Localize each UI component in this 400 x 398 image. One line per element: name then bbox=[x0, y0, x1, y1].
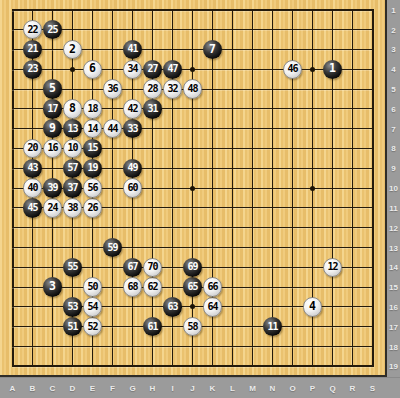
grid-line bbox=[372, 9, 374, 368]
stone-black[interactable]: 53 bbox=[63, 297, 82, 316]
move-number: 61 bbox=[147, 321, 157, 331]
stone-black[interactable]: 65 bbox=[183, 277, 202, 296]
move-number: 50 bbox=[87, 282, 97, 292]
move-number: 3 bbox=[49, 281, 56, 293]
stone-black[interactable]: 27 bbox=[143, 60, 162, 79]
row-coordinate-strip: 12345678910111213141516171819 bbox=[387, 0, 400, 398]
move-number: 40 bbox=[27, 183, 37, 193]
row-label: 8 bbox=[387, 144, 400, 153]
column-label: G bbox=[126, 384, 140, 393]
move-number: 10 bbox=[67, 143, 77, 153]
row-label: 10 bbox=[387, 184, 400, 193]
move-number: 12 bbox=[327, 262, 337, 272]
stone-black[interactable]: 41 bbox=[123, 40, 142, 59]
stone-white[interactable]: 22 bbox=[23, 20, 42, 39]
move-number: 8 bbox=[69, 103, 76, 115]
column-label: B bbox=[26, 384, 40, 393]
stone-white[interactable]: 68 bbox=[123, 277, 142, 296]
stone-black[interactable]: 51 bbox=[63, 317, 82, 336]
star-point bbox=[190, 186, 195, 191]
move-number: 57 bbox=[67, 163, 77, 173]
move-number: 18 bbox=[87, 103, 97, 113]
stone-white[interactable]: 4 bbox=[303, 297, 322, 316]
row-label: 15 bbox=[387, 283, 400, 292]
move-number: 28 bbox=[147, 84, 157, 94]
move-number: 56 bbox=[87, 183, 97, 193]
stone-black[interactable]: 67 bbox=[123, 258, 142, 277]
move-number: 11 bbox=[267, 321, 277, 331]
column-label: F bbox=[106, 384, 120, 393]
stone-white[interactable]: 64 bbox=[203, 297, 222, 316]
move-number: 52 bbox=[87, 321, 97, 331]
stone-white[interactable]: 50 bbox=[83, 277, 102, 296]
stone-white[interactable]: 26 bbox=[83, 198, 102, 217]
stone-white[interactable]: 14 bbox=[83, 119, 102, 138]
stone-black[interactable]: 61 bbox=[143, 317, 162, 336]
move-number: 38 bbox=[67, 202, 77, 212]
stone-white[interactable]: 20 bbox=[23, 139, 42, 158]
stone-black[interactable]: 11 bbox=[263, 317, 282, 336]
move-number: 41 bbox=[127, 44, 137, 54]
move-number: 46 bbox=[287, 64, 297, 74]
stone-white[interactable]: 58 bbox=[183, 317, 202, 336]
move-number: 45 bbox=[27, 202, 37, 212]
move-number: 39 bbox=[47, 183, 57, 193]
stone-white[interactable]: 6 bbox=[83, 60, 102, 79]
row-label: 19 bbox=[387, 362, 400, 371]
row-label: 4 bbox=[387, 65, 400, 74]
move-number: 17 bbox=[47, 103, 57, 113]
stone-black[interactable]: 63 bbox=[163, 297, 182, 316]
move-number: 37 bbox=[67, 183, 77, 193]
row-label: 12 bbox=[387, 224, 400, 233]
column-label: C bbox=[46, 384, 60, 393]
move-number: 43 bbox=[27, 163, 37, 173]
stone-black[interactable]: 69 bbox=[183, 258, 202, 277]
move-number: 49 bbox=[127, 163, 137, 173]
column-label: L bbox=[226, 384, 240, 393]
stone-black[interactable]: 13 bbox=[63, 119, 82, 138]
move-number: 33 bbox=[127, 123, 137, 133]
move-number: 26 bbox=[87, 202, 97, 212]
move-number: 36 bbox=[107, 84, 117, 94]
row-label: 5 bbox=[387, 85, 400, 94]
move-number: 25 bbox=[47, 24, 57, 34]
move-number: 70 bbox=[147, 262, 157, 272]
column-label: R bbox=[346, 384, 360, 393]
go-board[interactable]: 1234567891011121314151617181920212223242… bbox=[0, 0, 387, 377]
move-number: 60 bbox=[127, 183, 137, 193]
stone-white[interactable]: 38 bbox=[63, 198, 82, 217]
column-label: J bbox=[186, 384, 200, 393]
row-label: 13 bbox=[387, 244, 400, 253]
column-label: E bbox=[86, 384, 100, 393]
grid-line bbox=[232, 9, 233, 368]
stone-white[interactable]: 54 bbox=[83, 297, 102, 316]
move-number: 59 bbox=[107, 242, 117, 252]
move-number: 63 bbox=[167, 301, 177, 311]
stone-black[interactable]: 15 bbox=[83, 139, 102, 158]
stone-black[interactable]: 39 bbox=[43, 178, 62, 197]
row-label: 17 bbox=[387, 323, 400, 332]
stone-black[interactable]: 23 bbox=[23, 60, 42, 79]
stone-white[interactable]: 70 bbox=[143, 258, 162, 277]
stone-black[interactable]: 37 bbox=[63, 178, 82, 197]
stone-black[interactable]: 31 bbox=[143, 99, 162, 118]
stone-white[interactable]: 8 bbox=[63, 99, 82, 118]
column-label: N bbox=[266, 384, 280, 393]
column-label: I bbox=[166, 384, 180, 393]
stone-black[interactable]: 55 bbox=[63, 258, 82, 277]
move-number: 66 bbox=[207, 282, 217, 292]
move-number: 32 bbox=[167, 84, 177, 94]
stone-white[interactable]: 32 bbox=[163, 79, 182, 98]
star-point bbox=[190, 67, 195, 72]
column-label: M bbox=[246, 384, 260, 393]
stone-white[interactable]: 56 bbox=[83, 178, 102, 197]
move-number: 44 bbox=[107, 123, 117, 133]
move-number: 23 bbox=[27, 64, 37, 74]
column-label: Q bbox=[326, 384, 340, 393]
stone-black[interactable]: 19 bbox=[83, 159, 102, 178]
move-number: 58 bbox=[187, 321, 197, 331]
move-number: 7 bbox=[209, 43, 216, 55]
move-number: 1 bbox=[329, 63, 336, 75]
star-point bbox=[70, 67, 75, 72]
stone-black[interactable]: 47 bbox=[163, 60, 182, 79]
move-number: 15 bbox=[87, 143, 97, 153]
move-number: 22 bbox=[27, 24, 37, 34]
move-number: 55 bbox=[67, 262, 77, 272]
move-number: 14 bbox=[87, 123, 97, 133]
move-number: 51 bbox=[67, 321, 77, 331]
column-label: S bbox=[366, 384, 380, 393]
grid-line bbox=[12, 247, 374, 248]
stone-white[interactable]: 42 bbox=[123, 99, 142, 118]
column-label: P bbox=[306, 384, 320, 393]
move-number: 68 bbox=[127, 282, 137, 292]
move-number: 62 bbox=[147, 282, 157, 292]
stone-black[interactable]: 33 bbox=[123, 119, 142, 138]
row-label: 3 bbox=[387, 45, 400, 54]
row-label: 6 bbox=[387, 105, 400, 114]
stone-white[interactable]: 62 bbox=[143, 277, 162, 296]
move-number: 2 bbox=[69, 43, 76, 55]
move-number: 6 bbox=[89, 63, 96, 75]
stone-white[interactable]: 60 bbox=[123, 178, 142, 197]
star-point bbox=[190, 304, 195, 309]
stone-black[interactable]: 9 bbox=[43, 119, 62, 138]
column-label: O bbox=[286, 384, 300, 393]
move-number: 5 bbox=[49, 83, 56, 95]
stone-white[interactable]: 36 bbox=[103, 79, 122, 98]
move-number: 20 bbox=[27, 143, 37, 153]
column-label: H bbox=[146, 384, 160, 393]
move-number: 48 bbox=[187, 84, 197, 94]
move-number: 4 bbox=[309, 301, 316, 313]
move-number: 19 bbox=[87, 163, 97, 173]
move-number: 21 bbox=[27, 44, 37, 54]
stone-black[interactable]: 1 bbox=[323, 60, 342, 79]
column-label: D bbox=[66, 384, 80, 393]
stone-black[interactable]: 59 bbox=[103, 238, 122, 257]
stone-white[interactable]: 10 bbox=[63, 139, 82, 158]
move-number: 31 bbox=[147, 103, 157, 113]
stone-black[interactable]: 49 bbox=[123, 159, 142, 178]
row-label: 18 bbox=[387, 343, 400, 352]
row-label: 1 bbox=[387, 6, 400, 15]
row-label: 11 bbox=[387, 204, 400, 213]
move-number: 65 bbox=[187, 282, 197, 292]
stone-white[interactable]: 40 bbox=[23, 178, 42, 197]
stone-white[interactable]: 52 bbox=[83, 317, 102, 336]
move-number: 16 bbox=[47, 143, 57, 153]
stone-white[interactable]: 28 bbox=[143, 79, 162, 98]
move-number: 67 bbox=[127, 262, 137, 272]
go-kifu-diagram: 1234567891011121314151617181920212223242… bbox=[0, 0, 400, 398]
move-number: 13 bbox=[67, 123, 77, 133]
stone-black[interactable]: 21 bbox=[23, 40, 42, 59]
move-number: 27 bbox=[147, 64, 157, 74]
row-label: 16 bbox=[387, 303, 400, 312]
grid-line bbox=[252, 9, 253, 368]
stone-black[interactable]: 5 bbox=[43, 79, 62, 98]
stone-white[interactable]: 18 bbox=[83, 99, 102, 118]
grid-line bbox=[272, 9, 273, 368]
stone-white[interactable]: 66 bbox=[203, 277, 222, 296]
column-coordinate-strip: ABCDEFGHIJKLMNOPQRS bbox=[0, 377, 400, 398]
stone-white[interactable]: 16 bbox=[43, 139, 62, 158]
column-label: A bbox=[6, 384, 20, 393]
move-number: 54 bbox=[87, 301, 97, 311]
stone-black[interactable]: 43 bbox=[23, 159, 42, 178]
stone-black[interactable]: 17 bbox=[43, 99, 62, 118]
column-label: K bbox=[206, 384, 220, 393]
grid-line bbox=[12, 365, 374, 367]
move-number: 9 bbox=[49, 122, 56, 134]
stone-white[interactable]: 44 bbox=[103, 119, 122, 138]
move-number: 69 bbox=[187, 262, 197, 272]
stone-white[interactable]: 34 bbox=[123, 60, 142, 79]
stone-black[interactable]: 3 bbox=[43, 277, 62, 296]
move-number: 47 bbox=[167, 64, 177, 74]
row-label: 7 bbox=[387, 125, 400, 134]
stone-black[interactable]: 25 bbox=[43, 20, 62, 39]
move-number: 34 bbox=[127, 64, 137, 74]
stone-white[interactable]: 46 bbox=[283, 60, 302, 79]
star-point bbox=[310, 67, 315, 72]
stone-white[interactable]: 48 bbox=[183, 79, 202, 98]
star-point bbox=[310, 186, 315, 191]
stone-black[interactable]: 7 bbox=[203, 40, 222, 59]
move-number: 64 bbox=[207, 301, 217, 311]
stone-white[interactable]: 24 bbox=[43, 198, 62, 217]
grid-line bbox=[352, 9, 353, 368]
grid-line bbox=[12, 227, 374, 228]
row-label: 14 bbox=[387, 263, 400, 272]
row-label: 2 bbox=[387, 26, 400, 35]
move-number: 53 bbox=[67, 301, 77, 311]
stone-white[interactable]: 2 bbox=[63, 40, 82, 59]
stone-white[interactable]: 12 bbox=[323, 258, 342, 277]
move-number: 24 bbox=[47, 202, 57, 212]
grid-line bbox=[12, 346, 374, 347]
move-number: 42 bbox=[127, 103, 137, 113]
stone-black[interactable]: 45 bbox=[23, 198, 42, 217]
stone-black[interactable]: 57 bbox=[63, 159, 82, 178]
row-label: 9 bbox=[387, 164, 400, 173]
